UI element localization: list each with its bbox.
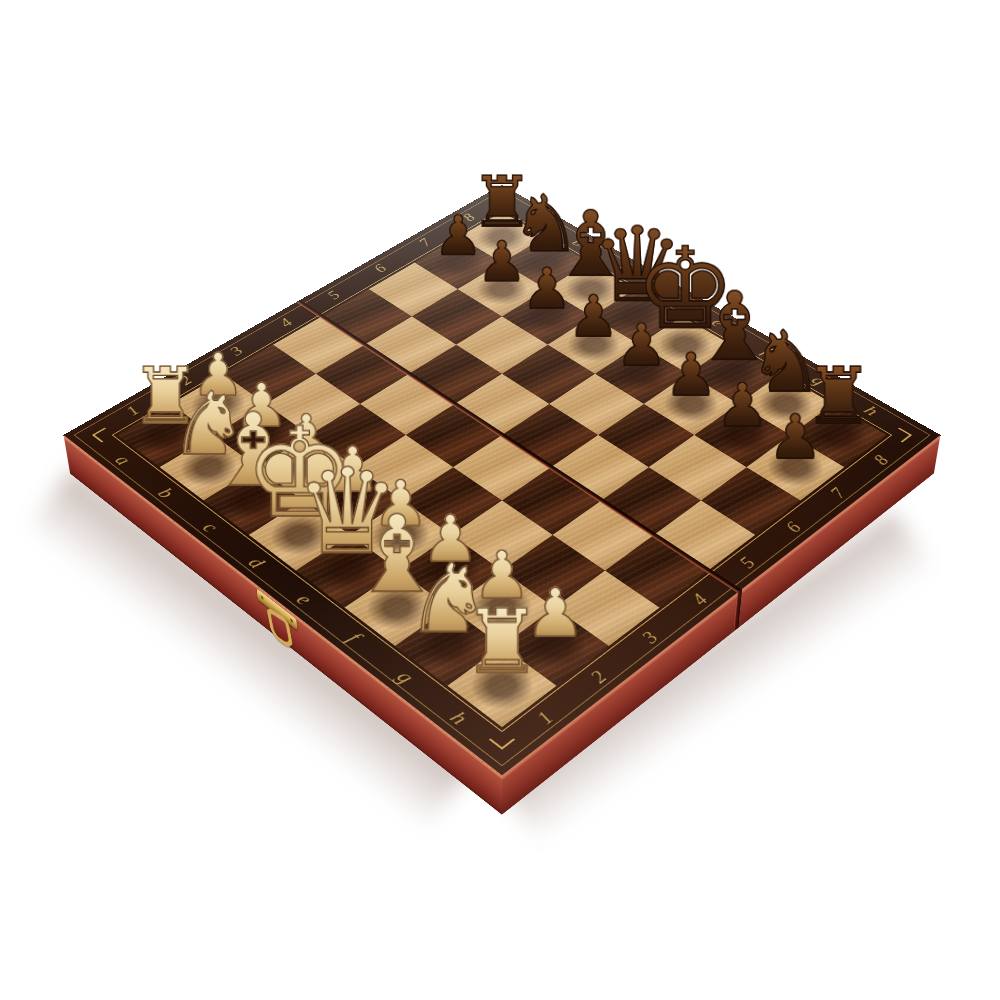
box-seam-gap — [733, 589, 742, 632]
piece-white-rook-h1: ♜ — [406, 597, 599, 685]
chess-set-photo: abcdefgh abcdefgh 87654321 87654321 ♜♞♝♛… — [0, 0, 1000, 1000]
piece-black-pawn-h7: ♟ — [709, 406, 882, 467]
chess-board: abcdefgh abcdefgh 87654321 87654321 ♜♞♝♛… — [64, 185, 941, 775]
